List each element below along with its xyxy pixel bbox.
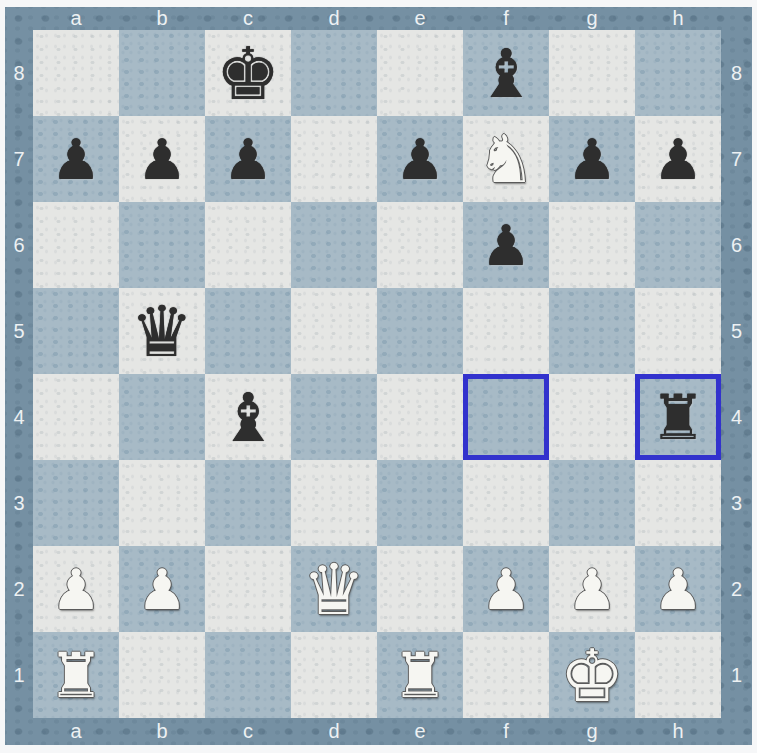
piece-black-pawn[interactable]: ♟ (635, 117, 721, 203)
square-d8[interactable] (291, 30, 377, 116)
square-e3[interactable] (377, 460, 463, 546)
square-b2[interactable]: ♟ (119, 546, 205, 632)
square-g5[interactable] (549, 288, 635, 374)
rank-labels-right-1: 1 (721, 632, 752, 718)
piece-white-pawn[interactable]: ♟ (635, 547, 721, 633)
square-d5[interactable] (291, 288, 377, 374)
file-labels-top-a: a (33, 7, 119, 30)
square-a2[interactable]: ♟ (33, 546, 119, 632)
piece-white-pawn[interactable]: ♟ (33, 547, 119, 633)
square-d1[interactable] (291, 632, 377, 718)
file-labels-bottom-f: f (463, 718, 549, 745)
piece-white-knight[interactable]: ♞ (463, 117, 549, 203)
rank-labels-left-4: 4 (5, 374, 33, 460)
file-labels-top-c: c (205, 7, 291, 30)
square-f7[interactable]: ♞ (463, 116, 549, 202)
square-g6[interactable] (549, 202, 635, 288)
square-b7[interactable]: ♟ (119, 116, 205, 202)
rank-labels-right: 87654321 (721, 30, 752, 718)
board: ♚♝♟♟♟♟♞♟♟♟♛♝♜♟♟♛♟♟♟♜♜♚ (33, 30, 721, 718)
piece-white-pawn[interactable]: ♟ (119, 547, 205, 633)
square-h2[interactable]: ♟ (635, 546, 721, 632)
square-a4[interactable] (33, 374, 119, 460)
rank-labels-left-6: 6 (5, 202, 33, 288)
square-a1[interactable]: ♜ (33, 632, 119, 718)
square-a6[interactable] (33, 202, 119, 288)
file-labels-bottom-d: d (291, 718, 377, 745)
square-d3[interactable] (291, 460, 377, 546)
square-d2[interactable]: ♛ (291, 546, 377, 632)
square-c2[interactable] (205, 546, 291, 632)
square-c7[interactable]: ♟ (205, 116, 291, 202)
file-labels-top-g: g (549, 7, 635, 30)
file-labels-top-h: h (635, 7, 721, 30)
rank-labels-left-7: 7 (5, 116, 33, 202)
square-g2[interactable]: ♟ (549, 546, 635, 632)
square-b8[interactable] (119, 30, 205, 116)
rank-labels-left-2: 2 (5, 546, 33, 632)
square-e6[interactable] (377, 202, 463, 288)
file-labels-top: abcdefgh (33, 7, 721, 30)
square-f3[interactable] (463, 460, 549, 546)
piece-black-queen[interactable]: ♛ (119, 289, 205, 375)
piece-black-pawn[interactable]: ♟ (463, 203, 549, 289)
piece-black-king[interactable]: ♚ (205, 31, 291, 117)
square-d4[interactable] (291, 374, 377, 460)
rank-labels-left: 87654321 (5, 30, 33, 718)
square-d7[interactable] (291, 116, 377, 202)
square-g8[interactable] (549, 30, 635, 116)
square-f6[interactable]: ♟ (463, 202, 549, 288)
file-labels-bottom-h: h (635, 718, 721, 745)
piece-black-bishop[interactable]: ♝ (205, 375, 291, 461)
square-a8[interactable] (33, 30, 119, 116)
file-labels-top-d: d (291, 7, 377, 30)
rank-labels-left-5: 5 (5, 288, 33, 374)
square-f4[interactable] (463, 374, 549, 460)
rank-labels-left-8: 8 (5, 30, 33, 116)
rank-labels-right-6: 6 (721, 202, 752, 288)
square-h6[interactable] (635, 202, 721, 288)
piece-black-pawn[interactable]: ♟ (119, 117, 205, 203)
square-d6[interactable] (291, 202, 377, 288)
piece-black-bishop[interactable]: ♝ (463, 31, 549, 117)
square-f5[interactable] (463, 288, 549, 374)
file-labels-bottom-c: c (205, 718, 291, 745)
file-labels-bottom: abcdefgh (33, 718, 721, 745)
piece-white-pawn[interactable]: ♟ (463, 547, 549, 633)
rank-labels-left-3: 3 (5, 460, 33, 546)
piece-white-king[interactable]: ♚ (549, 633, 635, 719)
square-a5[interactable] (33, 288, 119, 374)
piece-black-pawn[interactable]: ♟ (205, 117, 291, 203)
rank-labels-right-3: 3 (721, 460, 752, 546)
square-g1[interactable]: ♚ (549, 632, 635, 718)
file-labels-bottom-a: a (33, 718, 119, 745)
square-h3[interactable] (635, 460, 721, 546)
square-c8[interactable]: ♚ (205, 30, 291, 116)
file-labels-bottom-g: g (549, 718, 635, 745)
square-a3[interactable] (33, 460, 119, 546)
piece-white-rook[interactable]: ♜ (377, 633, 463, 719)
rank-labels-right-2: 2 (721, 546, 752, 632)
square-h7[interactable]: ♟ (635, 116, 721, 202)
file-labels-top-e: e (377, 7, 463, 30)
piece-black-pawn[interactable]: ♟ (549, 117, 635, 203)
file-labels-bottom-e: e (377, 718, 463, 745)
rank-labels-left-1: 1 (5, 632, 33, 718)
square-c1[interactable] (205, 632, 291, 718)
board-frame: abcdefgh abcdefgh 87654321 87654321 ♚♝♟♟… (5, 7, 752, 745)
square-e8[interactable] (377, 30, 463, 116)
file-labels-top-f: f (463, 7, 549, 30)
square-g4[interactable] (549, 374, 635, 460)
rank-labels-right-4: 4 (721, 374, 752, 460)
square-c5[interactable] (205, 288, 291, 374)
square-h5[interactable] (635, 288, 721, 374)
square-b6[interactable] (119, 202, 205, 288)
square-c6[interactable] (205, 202, 291, 288)
square-b5[interactable]: ♛ (119, 288, 205, 374)
square-c4[interactable]: ♝ (205, 374, 291, 460)
square-g3[interactable] (549, 460, 635, 546)
square-e1[interactable]: ♜ (377, 632, 463, 718)
piece-white-rook[interactable]: ♜ (33, 633, 119, 719)
square-g7[interactable]: ♟ (549, 116, 635, 202)
square-e5[interactable] (377, 288, 463, 374)
square-b4[interactable] (119, 374, 205, 460)
square-e2[interactable] (377, 546, 463, 632)
file-labels-bottom-b: b (119, 718, 205, 745)
rank-labels-right-5: 5 (721, 288, 752, 374)
square-c3[interactable] (205, 460, 291, 546)
piece-black-rook[interactable]: ♜ (635, 375, 721, 461)
piece-white-queen[interactable]: ♛ (291, 547, 377, 633)
rank-labels-right-8: 8 (721, 30, 752, 116)
square-h8[interactable] (635, 30, 721, 116)
square-f2[interactable]: ♟ (463, 546, 549, 632)
square-h4[interactable]: ♜ (635, 374, 721, 460)
square-h1[interactable] (635, 632, 721, 718)
rank-labels-right-7: 7 (721, 116, 752, 202)
square-e4[interactable] (377, 374, 463, 460)
chess-app-window: abcdefgh abcdefgh 87654321 87654321 ♚♝♟♟… (0, 0, 757, 753)
piece-black-pawn[interactable]: ♟ (377, 117, 463, 203)
piece-black-pawn[interactable]: ♟ (33, 117, 119, 203)
square-f1[interactable] (463, 632, 549, 718)
square-e7[interactable]: ♟ (377, 116, 463, 202)
square-b1[interactable] (119, 632, 205, 718)
square-f8[interactable]: ♝ (463, 30, 549, 116)
square-b3[interactable] (119, 460, 205, 546)
piece-white-pawn[interactable]: ♟ (549, 547, 635, 633)
square-a7[interactable]: ♟ (33, 116, 119, 202)
file-labels-top-b: b (119, 7, 205, 30)
